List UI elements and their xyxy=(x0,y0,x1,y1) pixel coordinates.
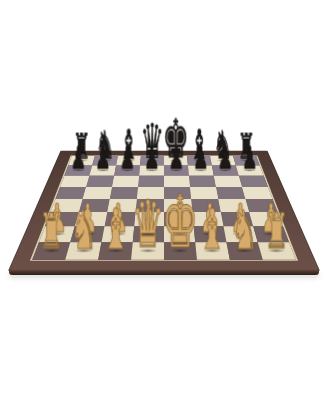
square-h1: ♜ xyxy=(257,242,295,260)
piece-white-queen: ♛ xyxy=(131,193,164,258)
square-g7: ♟ xyxy=(211,165,238,175)
piece-white-rook: ♜ xyxy=(264,208,288,256)
board-scene: ♜♞♝♛♚♝♞♜♟♟♟♟♟♟♟♟♟♟♟♟♟♟♟♟♜♞♝♛♚♝♞♜ xyxy=(0,0,327,400)
square-c6 xyxy=(112,176,139,187)
square-a7: ♟ xyxy=(64,165,92,175)
square-g6 xyxy=(213,176,241,187)
square-c1: ♝ xyxy=(98,242,133,260)
square-b7: ♟ xyxy=(89,165,116,175)
piece-white-knight: ♞ xyxy=(70,203,97,256)
square-e1: ♚ xyxy=(164,242,197,260)
piece-black-pawn: ♟ xyxy=(192,142,208,173)
square-d7: ♟ xyxy=(139,165,164,175)
square-e7: ♟ xyxy=(164,165,189,175)
square-d6 xyxy=(138,176,164,187)
piece-white-king: ♚ xyxy=(161,185,198,258)
square-f7: ♟ xyxy=(187,165,213,175)
piece-white-knight: ♞ xyxy=(231,203,258,256)
square-c7: ♟ xyxy=(114,165,140,175)
square-d1: ♛ xyxy=(131,242,164,260)
square-a1: ♜ xyxy=(32,242,70,260)
board-front-edge xyxy=(9,270,319,275)
piece-black-pawn: ♟ xyxy=(241,142,257,173)
square-b1: ♞ xyxy=(65,242,101,260)
piece-black-pawn: ♟ xyxy=(217,142,233,173)
piece-white-bishop: ♝ xyxy=(101,201,129,257)
board-squares: ♜♞♝♛♚♝♞♜♟♟♟♟♟♟♟♟♟♟♟♟♟♟♟♟♜♞♝♛♚♝♞♜ xyxy=(32,156,295,260)
piece-black-pawn: ♟ xyxy=(94,142,110,173)
piece-black-pawn: ♟ xyxy=(70,142,86,173)
piece-black-pawn: ♟ xyxy=(168,142,184,173)
piece-black-pawn: ♟ xyxy=(119,142,135,173)
piece-white-rook: ♜ xyxy=(39,208,63,256)
piece-white-bishop: ♝ xyxy=(198,201,226,257)
square-h6 xyxy=(238,176,267,187)
square-f1: ♝ xyxy=(195,242,230,260)
square-g1: ♞ xyxy=(226,242,262,260)
square-h7: ♟ xyxy=(235,165,263,175)
chess-board: ♜♞♝♛♚♝♞♜♟♟♟♟♟♟♟♟♟♟♟♟♟♟♟♟♜♞♝♛♚♝♞♜ xyxy=(8,151,320,271)
piece-black-pawn: ♟ xyxy=(143,142,159,173)
product-photo: ♜♞♝♛♚♝♞♜♟♟♟♟♟♟♟♟♟♟♟♟♟♟♟♟♜♞♝♛♚♝♞♜ xyxy=(0,0,327,400)
square-a6 xyxy=(60,176,89,187)
square-b6 xyxy=(86,176,114,187)
